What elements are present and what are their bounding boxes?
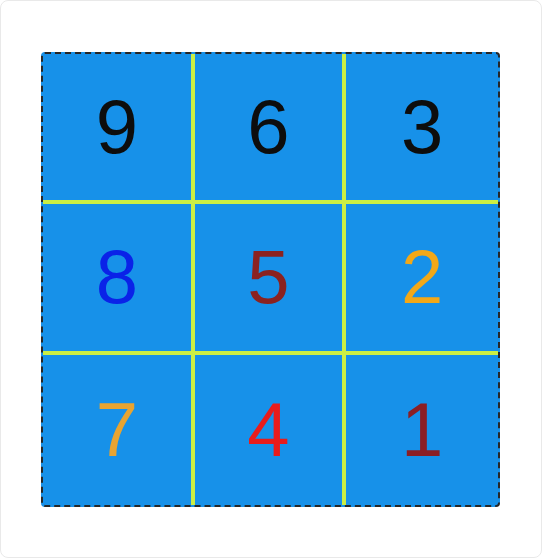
grid-cell-r2c1[interactable]: 8 bbox=[43, 204, 195, 354]
cell-number: 9 bbox=[96, 89, 138, 165]
grid-cell-r3c2[interactable]: 4 bbox=[195, 355, 347, 505]
grid-cell-r1c1[interactable]: 9 bbox=[43, 54, 195, 204]
cell-number: 2 bbox=[401, 239, 443, 315]
cell-number: 1 bbox=[401, 392, 443, 468]
grid-cell-r3c1[interactable]: 7 bbox=[43, 355, 195, 505]
cell-number: 6 bbox=[247, 89, 289, 165]
cell-number: 3 bbox=[401, 89, 443, 165]
cell-number: 5 bbox=[247, 239, 289, 315]
cell-number: 7 bbox=[96, 392, 138, 468]
grid-cell-r2c3[interactable]: 2 bbox=[346, 204, 498, 354]
cell-number: 8 bbox=[96, 239, 138, 315]
grid-cell-r1c2[interactable]: 6 bbox=[195, 54, 347, 204]
cell-number: 4 bbox=[247, 392, 289, 468]
grid-cell-r1c3[interactable]: 3 bbox=[346, 54, 498, 204]
grid-cell-r3c3[interactable]: 1 bbox=[346, 355, 498, 505]
number-grid-board: 9 6 3 8 5 2 7 4 1 bbox=[41, 52, 500, 507]
grid-cell-r2c2[interactable]: 5 bbox=[195, 204, 347, 354]
page-canvas: 9 6 3 8 5 2 7 4 1 bbox=[0, 0, 542, 558]
